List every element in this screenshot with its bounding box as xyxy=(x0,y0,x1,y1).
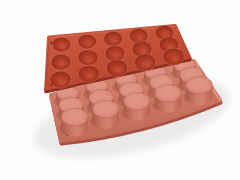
mold-cylinder xyxy=(59,108,88,137)
cylinder-top xyxy=(61,108,88,126)
cylinder-top xyxy=(92,100,119,118)
cylinder-top xyxy=(186,77,213,95)
product-photo xyxy=(0,0,240,180)
mold-cavity xyxy=(78,65,99,82)
mold-cylinder xyxy=(121,92,150,120)
mold-cavity xyxy=(78,50,98,66)
mold-cavity xyxy=(129,28,148,43)
mold-cavity xyxy=(50,71,71,88)
cylinder-top xyxy=(124,92,151,110)
cylinder-top xyxy=(155,84,182,102)
mold-cylinder xyxy=(90,100,119,128)
molds-scene xyxy=(0,0,240,180)
mold-cavity xyxy=(163,48,184,65)
mold-cavity xyxy=(52,37,71,52)
mold-cavity xyxy=(78,34,97,49)
mold-cavity xyxy=(51,54,71,70)
mold-cylinder xyxy=(183,77,212,106)
mold-cavity xyxy=(106,60,127,77)
mold-cylinder xyxy=(152,84,181,112)
mold-cavity xyxy=(104,31,123,46)
mold-cavity xyxy=(135,54,156,71)
mold-cavity xyxy=(105,45,125,61)
